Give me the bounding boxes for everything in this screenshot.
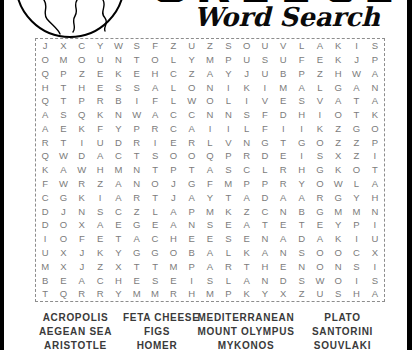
word-item: MEDITERRANEAN <box>191 313 301 323</box>
grid-cell-r2c17: K <box>329 53 347 67</box>
grid-cell-r14c6: G <box>128 218 146 232</box>
frame-border-right <box>407 0 412 350</box>
grid-cell-r15c17: K <box>329 232 347 246</box>
grid-cell-r4c11: I <box>219 80 237 94</box>
grid-cell-r3c12: J <box>237 67 255 81</box>
grid-cell-r1c8: Z <box>164 39 182 53</box>
grid-cell-r6c3: Q <box>73 108 91 122</box>
grid-cell-r3c19: A <box>366 67 384 81</box>
grid-cell-r19c9: H <box>183 287 201 301</box>
grid-cell-r4c7: A <box>146 80 164 94</box>
grid-cell-r10c11: S <box>219 163 237 177</box>
word-item: ARISTOTLE <box>28 341 123 350</box>
globe-icon <box>8 0 138 40</box>
grid-cell-r5c11: L <box>219 94 237 108</box>
grid-cell-r18c6: E <box>128 273 146 287</box>
grid-cell-r18c3: A <box>73 273 91 287</box>
grid-cell-r2c13: S <box>256 53 274 67</box>
grid-cell-r4c9: O <box>183 80 201 94</box>
grid-cell-r7c17: Z <box>329 122 347 136</box>
grid-cell-r3c16: Z <box>311 67 329 81</box>
grid-cell-r4c3: H <box>73 80 91 94</box>
grid-cell-r11c3: R <box>73 177 91 191</box>
grid-cell-r8c3: I <box>73 136 91 150</box>
grid-cell-r18c5: H <box>109 273 127 287</box>
grid-cell-r11c16: O <box>311 177 329 191</box>
grid-cell-r9c15: I <box>292 149 310 163</box>
grid-cell-r8c13: G <box>256 136 274 150</box>
grid-cell-r15c15: D <box>292 232 310 246</box>
grid-cell-r9c3: D <box>73 149 91 163</box>
grid-cell-r6c10: N <box>201 108 219 122</box>
grid-cell-r12c14: A <box>274 191 292 205</box>
grid-cell-r17c11: R <box>219 260 237 274</box>
grid-cell-r5c14: E <box>274 94 292 108</box>
word-item: ACROPOLIS <box>28 313 123 323</box>
grid-cell-r6c2: S <box>54 108 72 122</box>
grid-cell-r18c13: N <box>256 273 274 287</box>
grid-cell-r7c16: K <box>311 122 329 136</box>
grid-cell-r16c11: L <box>219 246 237 260</box>
grid-cell-r10c3: W <box>73 163 91 177</box>
grid-cell-r5c3: P <box>73 94 91 108</box>
grid-cell-r7c19: O <box>366 122 384 136</box>
grid-cell-r5c4: R <box>91 94 109 108</box>
grid-cell-r17c6: T <box>128 260 146 274</box>
grid-cell-r8c15: G <box>292 136 310 150</box>
grid-cell-r13c14: N <box>274 204 292 218</box>
grid-cell-r15c11: S <box>219 232 237 246</box>
grid-cell-r7c4: F <box>91 122 109 136</box>
grid-cell-r9c9: O <box>183 149 201 163</box>
grid-cell-r2c10: M <box>201 53 219 67</box>
grid-cell-r12c6: R <box>128 191 146 205</box>
grid-cell-r19c17: S <box>329 287 347 301</box>
grid-cell-r1c12: O <box>237 39 255 53</box>
grid-cell-r7c3: K <box>73 122 91 136</box>
grid-cell-r12c7: T <box>146 191 164 205</box>
grid-cell-r19c7: M <box>146 287 164 301</box>
grid-cell-r9c14: E <box>274 149 292 163</box>
grid-cell-r12c1: C <box>36 191 54 205</box>
grid-cell-r18c18: I <box>347 273 365 287</box>
grid-cell-r3c2: P <box>54 67 72 81</box>
grid-cell-r1c10: Z <box>201 39 219 53</box>
grid-cell-r8c1: R <box>36 136 54 150</box>
grid-cell-r19c11: P <box>219 287 237 301</box>
grid-cell-r7c7: R <box>146 122 164 136</box>
grid-cell-r11c2: W <box>54 177 72 191</box>
grid-cell-r16c16: O <box>311 246 329 260</box>
grid-cell-r3c17: H <box>329 67 347 81</box>
grid-cell-r13c11: K <box>219 204 237 218</box>
grid-cell-r19c2: Q <box>54 287 72 301</box>
grid-cell-r7c2: E <box>54 122 72 136</box>
grid-cell-r5c10: O <box>201 94 219 108</box>
grid-cell-r13c13: C <box>256 204 274 218</box>
grid-cell-r3c1: Q <box>36 67 54 81</box>
grid-cell-r17c4: Z <box>91 260 109 274</box>
grid-cell-r17c3: J <box>73 260 91 274</box>
grid-cell-r6c11: N <box>219 108 237 122</box>
grid-cell-r6c14: D <box>274 108 292 122</box>
word-item: PLATO <box>301 313 384 323</box>
grid-cell-r13c9: P <box>183 204 201 218</box>
grid-cell-r6c5: N <box>109 108 127 122</box>
grid-cell-r19c16: U <box>311 287 329 301</box>
grid-cell-r14c8: A <box>164 218 182 232</box>
grid-cell-r1c11: S <box>219 39 237 53</box>
grid-cell-r16c14: N <box>274 246 292 260</box>
grid-cell-r7c9: A <box>183 122 201 136</box>
grid-cell-r1c18: I <box>347 39 365 53</box>
grid-cell-r13c8: A <box>164 204 182 218</box>
grid-cell-r6c18: T <box>347 108 365 122</box>
grid-cell-r14c12: A <box>237 218 255 232</box>
grid-cell-r7c6: P <box>128 122 146 136</box>
frame-border-left <box>0 0 4 350</box>
grid-cell-r9c17: X <box>329 149 347 163</box>
grid-cell-r14c10: S <box>201 218 219 232</box>
grid-cell-r13c4: S <box>91 204 109 218</box>
grid-cell-r7c14: I <box>274 122 292 136</box>
grid-cell-r3c7: H <box>146 67 164 81</box>
grid-cell-r2c11: P <box>219 53 237 67</box>
grid-cell-r16c15: S <box>292 246 310 260</box>
grid-cell-r8c19: P <box>366 136 384 150</box>
grid-cell-r4c19: N <box>366 80 384 94</box>
grid-cell-r12c3: K <box>73 191 91 205</box>
grid-cell-r2c1: O <box>36 53 54 67</box>
grid-cell-r5c17: A <box>329 94 347 108</box>
grid-cell-r4c10: N <box>201 80 219 94</box>
grid-cell-r14c5: E <box>109 218 127 232</box>
grid-cell-r2c19: P <box>366 53 384 67</box>
grid-cell-r11c18: L <box>347 177 365 191</box>
grid-cell-r6c16: I <box>311 108 329 122</box>
grid-cell-r14c4: A <box>91 218 109 232</box>
grid-cell-r9c13: D <box>256 149 274 163</box>
grid-cell-r6c19: K <box>366 108 384 122</box>
grid-cell-r12c19: H <box>366 191 384 205</box>
grid-cell-r8c10: L <box>201 136 219 150</box>
grid-cell-r3c8: C <box>164 67 182 81</box>
puzzle-grid: JXCYWSFZUZSOUVLAKISOMOUNTOLYMPUSUFEKJPQP… <box>35 38 385 302</box>
grid-cell-r9c11: P <box>219 149 237 163</box>
grid-cell-r16c7: G <box>146 246 164 260</box>
grid-cell-r6c15: H <box>292 108 310 122</box>
grid-cell-r8c16: O <box>311 136 329 150</box>
grid-cell-r13c18: M <box>347 204 365 218</box>
grid-cell-r5c16: V <box>311 94 329 108</box>
grid-cell-r1c16: A <box>311 39 329 53</box>
grid-cell-r13c7: L <box>146 204 164 218</box>
grid-cell-r11c1: F <box>36 177 54 191</box>
grid-cell-r11c17: W <box>329 177 347 191</box>
grid-cell-r4c14: M <box>274 80 292 94</box>
grid-cell-r2c8: L <box>164 53 182 67</box>
grid-cell-r15c10: E <box>201 232 219 246</box>
grid-cell-r1c19: S <box>366 39 384 53</box>
grid-cell-r14c13: T <box>256 218 274 232</box>
grid-cell-r6c7: A <box>146 108 164 122</box>
grid-cell-r3c5: K <box>109 67 127 81</box>
grid-cell-r11c14: R <box>274 177 292 191</box>
grid-cell-r16c9: B <box>183 246 201 260</box>
grid-cell-r11c4: Z <box>91 177 109 191</box>
grid-cell-r19c13: Y <box>256 287 274 301</box>
grid-cell-r5c7: F <box>146 94 164 108</box>
grid-cell-r16c17: O <box>329 246 347 260</box>
grid-cell-r1c3: C <box>73 39 91 53</box>
grid-cell-r19c12: K <box>237 287 255 301</box>
grid-cell-r12c15: A <box>292 191 310 205</box>
grid-cell-r2c6: T <box>128 53 146 67</box>
grid-cell-r15c13: N <box>256 232 274 246</box>
grid-cell-r7c18: G <box>347 122 365 136</box>
grid-cell-r17c16: O <box>311 260 329 274</box>
grid-cell-r1c4: Y <box>91 39 109 53</box>
word-item: MOUNT OLYMPUS <box>191 327 301 337</box>
grid-cell-r18c9: I <box>183 273 201 287</box>
grid-cell-r17c17: N <box>329 260 347 274</box>
grid-cell-r17c19: I <box>366 260 384 274</box>
grid-cell-r18c4: C <box>91 273 109 287</box>
grid-cell-r8c12: N <box>237 136 255 150</box>
grid-cell-r18c14: D <box>274 273 292 287</box>
grid-cell-r12c17: G <box>329 191 347 205</box>
grid-cell-r2c15: F <box>292 53 310 67</box>
grid-cell-r2c9: Y <box>183 53 201 67</box>
grid-cell-r19c19: A <box>366 287 384 301</box>
grid-cell-r11c12: P <box>237 177 255 191</box>
grid-cell-r15c2: O <box>54 232 72 246</box>
grid-cell-r17c9: P <box>183 260 201 274</box>
grid-cell-r4c5: S <box>109 80 127 94</box>
grid-cell-r18c8: E <box>164 273 182 287</box>
grid-cell-r16c19: X <box>366 246 384 260</box>
grid-cell-r14c2: O <box>54 218 72 232</box>
subtitle-word-search: Word Search <box>192 1 382 35</box>
grid-cell-r10c2: A <box>54 163 72 177</box>
grid-cell-r19c4: R <box>91 287 109 301</box>
grid-cell-r5c13: V <box>256 94 274 108</box>
grid-cell-r17c10: A <box>201 260 219 274</box>
grid-cell-r7c8: C <box>164 122 182 136</box>
word-item: SOUVLAKI <box>301 341 384 350</box>
grid-cell-r17c8: M <box>164 260 182 274</box>
grid-cell-r19c5: Y <box>109 287 127 301</box>
grid-cell-r14c11: E <box>219 218 237 232</box>
grid-cell-r15c9: E <box>183 232 201 246</box>
grid-cell-r10c17: K <box>329 163 347 177</box>
word-item: MYKONOS <box>191 341 301 350</box>
grid-cell-r15c1: I <box>36 232 54 246</box>
grid-cell-r16c4: K <box>91 246 109 260</box>
grid-cell-r16c12: K <box>237 246 255 260</box>
grid-cell-r16c3: J <box>73 246 91 260</box>
word-item: SANTORINI <box>301 327 384 337</box>
grid-cell-r1c17: K <box>329 39 347 53</box>
grid-cell-r2c7: O <box>146 53 164 67</box>
grid-cell-r16c2: X <box>54 246 72 260</box>
grid-cell-r9c2: W <box>54 149 72 163</box>
grid-cell-r17c18: S <box>347 260 365 274</box>
grid-cell-r18c2: E <box>54 273 72 287</box>
grid-cell-r16c18: C <box>347 246 365 260</box>
grid-cell-r9c5: C <box>109 149 127 163</box>
grid-cell-r11c6: N <box>128 177 146 191</box>
grid-cell-r14c19: I <box>366 218 384 232</box>
grid-cell-r10c1: K <box>36 163 54 177</box>
grid-cell-r4c2: T <box>54 80 72 94</box>
grid-cell-r12c16: R <box>311 191 329 205</box>
grid-cell-r5c1: Q <box>36 94 54 108</box>
grid-cell-r9c1: Q <box>36 149 54 163</box>
grid-cell-r15c4: E <box>91 232 109 246</box>
grid-cell-r12c11: T <box>219 191 237 205</box>
grid-cell-r9c19: I <box>366 149 384 163</box>
grid-cell-r11c8: J <box>164 177 182 191</box>
grid-cell-r15c16: A <box>311 232 329 246</box>
grid-cell-r16c6: G <box>128 246 146 260</box>
grid-cell-r13c19: N <box>366 204 384 218</box>
grid-cell-r3c14: B <box>274 67 292 81</box>
grid-cell-r19c3: R <box>73 287 91 301</box>
grid-cell-r14c1: D <box>36 218 54 232</box>
grid-cell-r13c6: Z <box>128 204 146 218</box>
grid-cell-r13c16: G <box>311 204 329 218</box>
grid-cell-r11c13: P <box>256 177 274 191</box>
grid-cell-r17c5: X <box>109 260 127 274</box>
grid-cell-r11c7: O <box>146 177 164 191</box>
grid-cell-r10c12: C <box>237 163 255 177</box>
grid-cell-r15c14: A <box>274 232 292 246</box>
grid-cell-r2c2: M <box>54 53 72 67</box>
grid-cell-r12c13: D <box>256 191 274 205</box>
grid-cell-r4c18: A <box>347 80 365 94</box>
grid-cell-r17c2: X <box>54 260 72 274</box>
grid-cell-r11c10: F <box>201 177 219 191</box>
grid-cell-r15c8: H <box>164 232 182 246</box>
grid-cell-r10c10: A <box>201 163 219 177</box>
grid-cell-r12c12: A <box>237 191 255 205</box>
grid-cell-r15c6: A <box>128 232 146 246</box>
grid-cell-r3c9: Z <box>183 67 201 81</box>
grid-cell-r7c5: Y <box>109 122 127 136</box>
grid-cell-r15c7: C <box>146 232 164 246</box>
grid-cell-r4c12: K <box>237 80 255 94</box>
grid-cell-r5c9: W <box>183 94 201 108</box>
grid-cell-r9c16: S <box>311 149 329 163</box>
grid-cell-r7c1: A <box>36 122 54 136</box>
word-item: AEGEAN SEA <box>28 327 123 337</box>
grid-cell-r12c18: Y <box>347 191 365 205</box>
grid-cell-r11c9: G <box>183 177 201 191</box>
grid-cell-r17c13: H <box>256 260 274 274</box>
grid-cell-r19c8: R <box>164 287 182 301</box>
grid-cell-r13c12: Z <box>237 204 255 218</box>
grid-cell-r12c5: A <box>109 191 127 205</box>
grid-cell-r4c4: E <box>91 80 109 94</box>
grid-cell-r17c15: N <box>292 260 310 274</box>
grid-cell-r10c16: G <box>311 163 329 177</box>
grid-cell-r2c18: J <box>347 53 365 67</box>
grid-cell-r10c4: H <box>91 163 109 177</box>
grid-cell-r13c3: N <box>73 204 91 218</box>
grid-cell-r4c8: L <box>164 80 182 94</box>
word-item: HOMER <box>123 341 191 350</box>
grid-cell-r9c4: A <box>91 149 109 163</box>
grid-cell-r3c4: E <box>91 67 109 81</box>
grid-cell-r16c8: O <box>164 246 182 260</box>
grid-cell-r19c15: Z <box>292 287 310 301</box>
grid-cell-r3c3: Z <box>73 67 91 81</box>
grid-cell-r13c1: D <box>36 204 54 218</box>
grid-cell-r2c14: U <box>274 53 292 67</box>
grid-cell-r15c3: F <box>73 232 91 246</box>
grid-cell-r14c3: X <box>73 218 91 232</box>
grid-cell-r2c16: E <box>311 53 329 67</box>
grid-cell-r19c10: M <box>201 287 219 301</box>
grid-cell-r18c11: L <box>219 273 237 287</box>
grid-cell-r13c10: M <box>201 204 219 218</box>
grid-cell-r2c5: N <box>109 53 127 67</box>
grid-cell-r10c6: N <box>128 163 146 177</box>
grid-cell-r16c1: U <box>36 246 54 260</box>
grid-cell-r1c13: U <box>256 39 274 53</box>
grid-cell-r10c9: T <box>183 163 201 177</box>
grid-cell-r4c16: L <box>311 80 329 94</box>
grid-cell-r17c7: T <box>146 260 164 274</box>
grid-cell-r3c10: A <box>201 67 219 81</box>
grid-cell-r7c15: I <box>292 122 310 136</box>
grid-cell-r6c17: O <box>329 108 347 122</box>
grid-cell-r9c12: R <box>237 149 255 163</box>
grid-cell-r15c18: I <box>347 232 365 246</box>
grid-cell-r6c4: K <box>91 108 109 122</box>
grid-cell-r17c1: M <box>36 260 54 274</box>
grid-cell-r16c10: A <box>201 246 219 260</box>
grid-cell-r8c8: E <box>164 136 182 150</box>
grid-cell-r4c15: A <box>292 80 310 94</box>
grid-cell-r19c18: H <box>347 287 365 301</box>
grid-cell-r1c5: W <box>109 39 127 53</box>
grid-cell-r8c5: D <box>109 136 127 150</box>
word-item: FIGS <box>123 327 191 337</box>
grid-cell-r4c17: G <box>329 80 347 94</box>
grid-cell-r12c9: A <box>183 191 201 205</box>
grid-cell-r5c19: A <box>366 94 384 108</box>
grid-cell-r9c10: Q <box>201 149 219 163</box>
grid-cell-r8c18: Z <box>347 136 365 150</box>
grid-cell-r4c13: I <box>256 80 274 94</box>
grid-cell-r8c9: R <box>183 136 201 150</box>
grid-cell-r18c7: S <box>146 273 164 287</box>
grid-cell-r18c15: S <box>292 273 310 287</box>
word-list: ACROPOLISFETA CHEESEMEDITERRANEANPLATOAE… <box>28 313 384 350</box>
grid-cell-r19c1: T <box>36 287 54 301</box>
grid-cell-r14c16: E <box>311 218 329 232</box>
grid-cell-r17c14: E <box>274 260 292 274</box>
grid-cell-r11c11: M <box>219 177 237 191</box>
grid-cell-r14c15: T <box>292 218 310 232</box>
grid-cell-r5c12: I <box>237 94 255 108</box>
grid-cell-r7c10: I <box>201 122 219 136</box>
grid-cell-r12c4: I <box>91 191 109 205</box>
grid-cell-r3c11: Y <box>219 67 237 81</box>
grid-cell-r10c7: T <box>146 163 164 177</box>
